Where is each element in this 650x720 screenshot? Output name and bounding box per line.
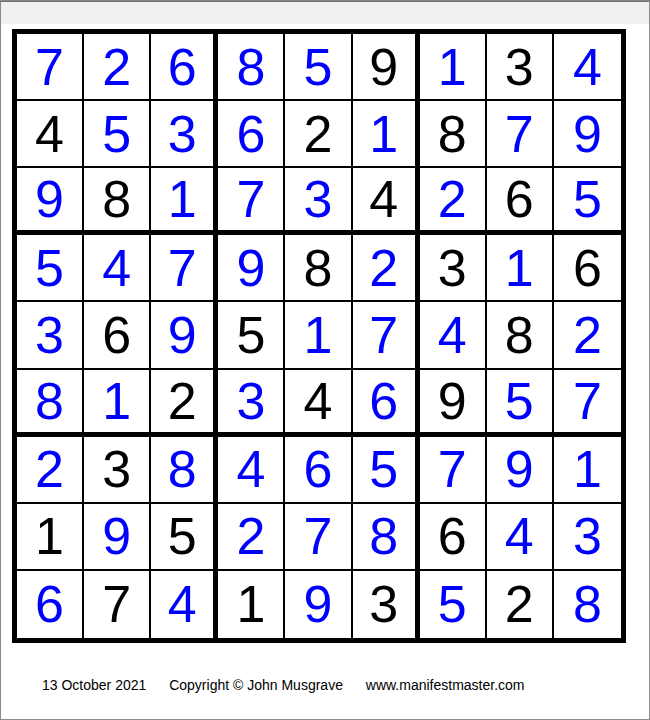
cell-r4c9[interactable]: 6 (554, 235, 621, 302)
cell-r7c2[interactable]: 3 (84, 437, 151, 504)
cell-r8c9[interactable]: 3 (554, 504, 621, 571)
cell-r1c9[interactable]: 4 (554, 34, 621, 101)
cell-r7c4[interactable]: 4 (218, 437, 285, 504)
cell-r4c4[interactable]: 9 (218, 235, 285, 302)
cell-r9c4[interactable]: 1 (218, 571, 285, 638)
cell-r3c2[interactable]: 8 (84, 168, 151, 235)
cell-r5c6[interactable]: 7 (353, 302, 420, 369)
cell-r5c1[interactable]: 3 (17, 302, 84, 369)
cell-r6c3[interactable]: 2 (151, 370, 218, 437)
footer: 13 October 2021 Copyright © John Musgrav… (42, 677, 525, 693)
cell-r8c4[interactable]: 2 (218, 504, 285, 571)
cell-r4c3[interactable]: 7 (151, 235, 218, 302)
cell-r6c5[interactable]: 4 (285, 370, 352, 437)
cell-r3c5[interactable]: 3 (285, 168, 352, 235)
cell-r8c1[interactable]: 1 (17, 504, 84, 571)
cell-r3c9[interactable]: 5 (554, 168, 621, 235)
cell-r9c5[interactable]: 9 (285, 571, 352, 638)
cell-r2c1[interactable]: 4 (17, 101, 84, 168)
cell-r6c8[interactable]: 5 (487, 370, 554, 437)
cell-r2c7[interactable]: 8 (420, 101, 487, 168)
cell-r2c4[interactable]: 6 (218, 101, 285, 168)
footer-date: 13 October 2021 (42, 677, 146, 693)
cell-r6c9[interactable]: 7 (554, 370, 621, 437)
cell-r1c8[interactable]: 3 (487, 34, 554, 101)
sudoku-board: 7268591344536218799817342655479823163695… (12, 29, 626, 643)
cell-r3c6[interactable]: 4 (353, 168, 420, 235)
cell-r5c2[interactable]: 6 (84, 302, 151, 369)
cell-r4c8[interactable]: 1 (487, 235, 554, 302)
cell-r5c4[interactable]: 5 (218, 302, 285, 369)
cell-r1c4[interactable]: 8 (218, 34, 285, 101)
cell-r5c8[interactable]: 8 (487, 302, 554, 369)
cell-r3c3[interactable]: 1 (151, 168, 218, 235)
cell-r7c5[interactable]: 6 (285, 437, 352, 504)
cell-r5c5[interactable]: 1 (285, 302, 352, 369)
cell-r1c7[interactable]: 1 (420, 34, 487, 101)
cell-r3c8[interactable]: 6 (487, 168, 554, 235)
cell-r7c3[interactable]: 8 (151, 437, 218, 504)
cell-r4c2[interactable]: 4 (84, 235, 151, 302)
cell-r9c9[interactable]: 8 (554, 571, 621, 638)
cell-r8c2[interactable]: 9 (84, 504, 151, 571)
cell-r7c8[interactable]: 9 (487, 437, 554, 504)
cell-r8c8[interactable]: 4 (487, 504, 554, 571)
cell-r9c6[interactable]: 3 (353, 571, 420, 638)
cell-r7c1[interactable]: 2 (17, 437, 84, 504)
cell-r3c1[interactable]: 9 (17, 168, 84, 235)
cell-r9c1[interactable]: 6 (17, 571, 84, 638)
cell-r8c7[interactable]: 6 (420, 504, 487, 571)
footer-copyright: Copyright © John Musgrave (169, 677, 343, 693)
cell-r6c4[interactable]: 3 (218, 370, 285, 437)
cell-r2c9[interactable]: 9 (554, 101, 621, 168)
cell-r2c2[interactable]: 5 (84, 101, 151, 168)
cell-r1c6[interactable]: 9 (353, 34, 420, 101)
cell-r5c7[interactable]: 4 (420, 302, 487, 369)
footer-website: www.manifestmaster.com (366, 677, 525, 693)
cell-r1c5[interactable]: 5 (285, 34, 352, 101)
cell-r7c6[interactable]: 5 (353, 437, 420, 504)
cell-r4c5[interactable]: 8 (285, 235, 352, 302)
cell-r9c3[interactable]: 4 (151, 571, 218, 638)
cell-r8c5[interactable]: 7 (285, 504, 352, 571)
cell-r7c7[interactable]: 7 (420, 437, 487, 504)
cell-r3c7[interactable]: 2 (420, 168, 487, 235)
cell-r6c7[interactable]: 9 (420, 370, 487, 437)
cell-r5c3[interactable]: 9 (151, 302, 218, 369)
cell-r4c6[interactable]: 2 (353, 235, 420, 302)
cell-r1c2[interactable]: 2 (84, 34, 151, 101)
cell-r9c2[interactable]: 7 (84, 571, 151, 638)
cell-r2c3[interactable]: 3 (151, 101, 218, 168)
cell-r1c1[interactable]: 7 (17, 34, 84, 101)
cell-r2c5[interactable]: 2 (285, 101, 352, 168)
cell-r4c7[interactable]: 3 (420, 235, 487, 302)
cell-r2c6[interactable]: 1 (353, 101, 420, 168)
cell-r7c9[interactable]: 1 (554, 437, 621, 504)
cell-r9c8[interactable]: 2 (487, 571, 554, 638)
cell-r8c3[interactable]: 5 (151, 504, 218, 571)
cell-r4c1[interactable]: 5 (17, 235, 84, 302)
cell-r9c7[interactable]: 5 (420, 571, 487, 638)
cell-r3c4[interactable]: 7 (218, 168, 285, 235)
cell-r6c2[interactable]: 1 (84, 370, 151, 437)
cell-r8c6[interactable]: 8 (353, 504, 420, 571)
cell-r2c8[interactable]: 7 (487, 101, 554, 168)
cell-r5c9[interactable]: 2 (554, 302, 621, 369)
top-gray-bar (1, 1, 649, 24)
cell-r6c1[interactable]: 8 (17, 370, 84, 437)
cell-r6c6[interactable]: 6 (353, 370, 420, 437)
cell-r1c3[interactable]: 6 (151, 34, 218, 101)
